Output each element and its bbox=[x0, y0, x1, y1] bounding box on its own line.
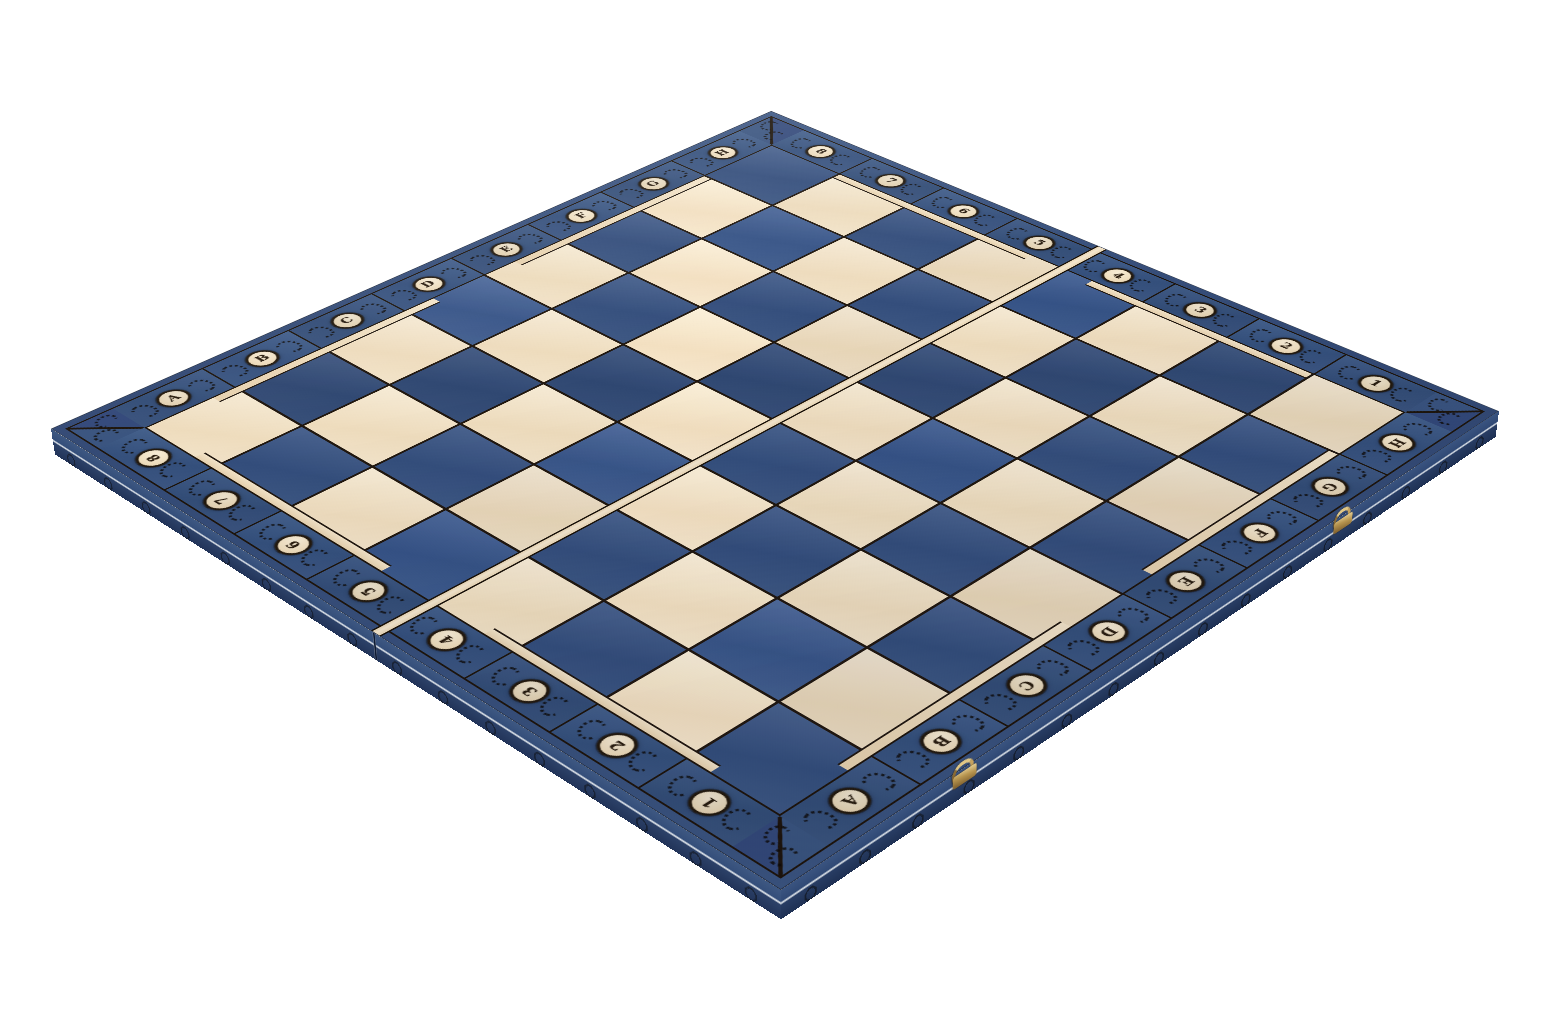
coord-label: B bbox=[252, 353, 272, 363]
scroll-engraving-icon bbox=[466, 253, 500, 267]
square-e3 bbox=[858, 419, 1015, 502]
scroll-engraving-icon bbox=[1190, 556, 1228, 576]
playing-field bbox=[147, 146, 1403, 814]
scroll-engraving-icon bbox=[763, 844, 804, 870]
product-photo-background: 87654321 87654321 HGFEDCBA HGFEDCBA bbox=[0, 0, 1541, 1024]
square-a6 bbox=[284, 468, 444, 555]
scroll-engraving-icon bbox=[254, 521, 292, 542]
scroll-engraving-icon bbox=[1032, 657, 1073, 679]
coord-label: 5 bbox=[1031, 239, 1048, 247]
coord-label: 8 bbox=[144, 453, 164, 463]
coord-label-circle: 4 bbox=[420, 624, 475, 656]
coord-label: 4 bbox=[1109, 271, 1126, 279]
square-b1 bbox=[781, 649, 958, 755]
square-a5 bbox=[357, 510, 521, 601]
square-b6 bbox=[375, 425, 532, 508]
scroll-engraving-icon bbox=[1289, 491, 1326, 510]
scroll-engraving-icon bbox=[296, 547, 334, 568]
coord-label: 2 bbox=[1277, 341, 1295, 350]
scroll-engraving-icon bbox=[623, 748, 664, 774]
coordinate-band-numbers-near: 87654321 bbox=[99, 428, 780, 847]
square-b5 bbox=[448, 466, 608, 553]
coord-label: 1 bbox=[1367, 379, 1385, 389]
square-f2 bbox=[1019, 417, 1176, 499]
coord-label-circle: 2 bbox=[588, 727, 646, 762]
scroll-engraving-icon bbox=[1218, 538, 1256, 558]
scroll-engraving-icon bbox=[1113, 605, 1152, 626]
chess-board: 87654321 87654321 HGFEDCBA HGFEDCBA bbox=[51, 111, 1499, 890]
scroll-engraving-icon bbox=[685, 156, 716, 169]
coord-label: F bbox=[1249, 527, 1270, 538]
coord-label: 3 bbox=[519, 684, 541, 697]
coord-label: G bbox=[1318, 481, 1340, 493]
scroll-engraving-icon bbox=[405, 614, 444, 637]
scroll-engraving-icon bbox=[303, 324, 338, 339]
coord-label-circle: 8 bbox=[129, 445, 179, 471]
scroll-engraving-icon bbox=[183, 377, 220, 393]
scroll-engraving-icon bbox=[271, 339, 307, 355]
coord-label-circle: C bbox=[998, 668, 1055, 702]
scroll-engraving-icon bbox=[224, 502, 262, 522]
coord-label: 7 bbox=[212, 495, 233, 506]
coord-label-circle: 7 bbox=[197, 486, 249, 514]
coord-label: 7 bbox=[883, 177, 900, 184]
board-top-face: 87654321 87654321 HGFEDCBA HGFEDCBA bbox=[51, 111, 1499, 890]
scroll-engraving-icon bbox=[758, 823, 795, 848]
scroll-engraving-icon bbox=[89, 427, 123, 444]
scroll-engraving-icon bbox=[371, 593, 410, 616]
scroll-engraving-icon bbox=[716, 805, 757, 833]
square-c3 bbox=[694, 506, 858, 597]
square-a4 bbox=[433, 555, 601, 651]
coord-label-circle: G bbox=[1304, 473, 1356, 501]
coord-label: 5 bbox=[358, 585, 379, 597]
square-d3 bbox=[778, 462, 938, 549]
coord-label-circle: 3 bbox=[502, 674, 559, 708]
coord-label-circle: A bbox=[820, 782, 880, 819]
scroll-engraving-icon bbox=[857, 769, 900, 794]
scroll-engraving-icon bbox=[947, 712, 989, 735]
scroll-engraving-icon bbox=[1063, 637, 1103, 659]
coord-label: H bbox=[713, 149, 732, 157]
square-a3 bbox=[514, 602, 687, 702]
square-a7 bbox=[214, 427, 371, 510]
scroll-engraving-icon bbox=[1333, 464, 1369, 482]
coord-label: 1 bbox=[698, 795, 721, 810]
scroll-engraving-icon bbox=[1425, 397, 1453, 414]
square-b4 bbox=[526, 508, 690, 599]
square-c2 bbox=[780, 551, 948, 646]
coord-label: B bbox=[928, 734, 953, 749]
coord-label: H bbox=[1385, 437, 1407, 449]
square-a1 bbox=[688, 703, 870, 814]
scroll-engraving-icon bbox=[542, 219, 575, 233]
square-f1 bbox=[1108, 458, 1268, 544]
coord-label: A bbox=[164, 393, 183, 403]
scroll-engraving-icon bbox=[615, 187, 647, 200]
coord-label-circle: 5 bbox=[342, 576, 396, 606]
coord-label: 4 bbox=[436, 633, 458, 645]
coord-label: C bbox=[338, 316, 357, 325]
square-e2 bbox=[943, 460, 1103, 546]
coord-label: D bbox=[419, 280, 438, 289]
square-b3 bbox=[606, 553, 774, 648]
scroll-engraving-icon bbox=[979, 691, 1020, 714]
square-c4 bbox=[613, 464, 773, 551]
square-e1 bbox=[1032, 502, 1196, 593]
square-d1 bbox=[953, 549, 1121, 644]
coord-label: G bbox=[644, 180, 662, 188]
scroll-engraving-icon bbox=[117, 437, 154, 456]
square-c1 bbox=[869, 597, 1042, 697]
scroll-engraving-icon bbox=[486, 664, 526, 688]
scroll-engraving-icon bbox=[1263, 508, 1300, 527]
square-b2 bbox=[691, 600, 864, 700]
coord-label-circle: 6 bbox=[267, 530, 320, 559]
scroll-engraving-icon bbox=[1142, 586, 1181, 607]
scroll-engraving-icon bbox=[891, 747, 934, 771]
coord-label: 8 bbox=[813, 148, 829, 155]
coord-label-circle: B bbox=[911, 724, 969, 759]
coord-label: E bbox=[497, 245, 515, 253]
scroll-engraving-icon bbox=[757, 120, 782, 132]
coord-label: 3 bbox=[1192, 306, 1210, 315]
scroll-engraving-icon bbox=[535, 694, 575, 719]
scroll-engraving-icon bbox=[662, 772, 703, 799]
scroll-engraving-icon bbox=[328, 566, 366, 588]
scroll-engraving-icon bbox=[798, 807, 842, 833]
coord-label: C bbox=[1015, 678, 1039, 692]
scroll-engraving-icon bbox=[1433, 410, 1466, 427]
scroll-engraving-icon bbox=[386, 288, 420, 303]
scroll-engraving-icon bbox=[126, 402, 163, 419]
square-d2 bbox=[863, 504, 1027, 595]
coord-label: D bbox=[1096, 625, 1120, 639]
scroll-engraving-icon bbox=[572, 717, 612, 743]
coordinate-band-letters-near: HGFEDCBA bbox=[780, 412, 1452, 845]
coord-label: F bbox=[573, 212, 590, 220]
square-a2 bbox=[599, 651, 776, 757]
scroll-engraving-icon bbox=[217, 363, 253, 379]
coord-label: E bbox=[1174, 575, 1196, 587]
coord-label: A bbox=[838, 793, 862, 808]
scroll-engraving-icon bbox=[1399, 421, 1434, 438]
coord-label: 6 bbox=[283, 539, 304, 550]
scroll-engraving-icon bbox=[184, 478, 221, 498]
square-c5 bbox=[536, 423, 693, 506]
scroll-engraving-icon bbox=[451, 642, 490, 666]
coord-label: 6 bbox=[955, 207, 972, 215]
coord-label-circle: F bbox=[1233, 518, 1286, 547]
scroll-engraving-icon bbox=[155, 460, 192, 480]
scroll-engraving-icon bbox=[1358, 447, 1394, 465]
square-g1 bbox=[1180, 415, 1337, 497]
coord-label-circle: E bbox=[1158, 566, 1212, 596]
coord-label: 2 bbox=[606, 738, 629, 752]
coord-label-circle: D bbox=[1080, 616, 1135, 648]
coord-label-circle: 1 bbox=[680, 784, 740, 821]
scroll-engraving-icon bbox=[90, 413, 123, 430]
coord-label-circle: H bbox=[1371, 430, 1421, 456]
fold-gap bbox=[372, 632, 377, 661]
square-d4 bbox=[697, 421, 854, 504]
